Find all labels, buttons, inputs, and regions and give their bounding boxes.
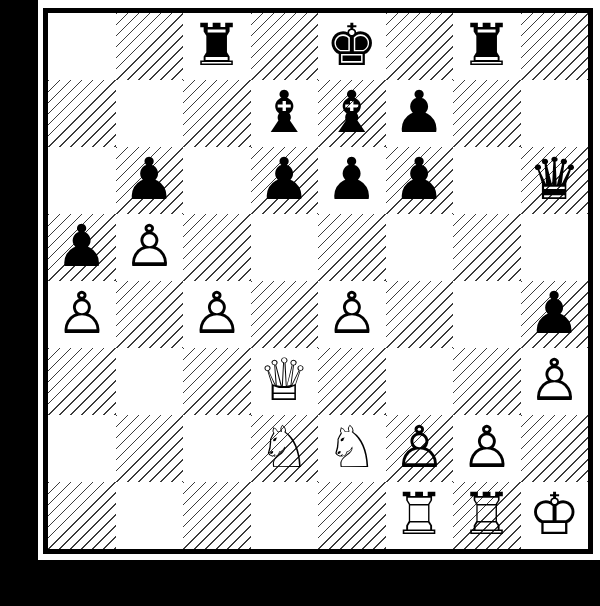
- square-a2[interactable]: [48, 415, 116, 482]
- square-e4[interactable]: ♙: [318, 281, 386, 348]
- white-pawn-b5: ♙: [123, 217, 175, 275]
- square-b1[interactable]: [116, 482, 184, 549]
- square-b4[interactable]: [116, 281, 184, 348]
- black-pawn-b6: ♟: [123, 150, 175, 208]
- square-h3[interactable]: ♙: [521, 348, 589, 415]
- white-pawn-e4: ♙: [326, 284, 378, 342]
- square-c2[interactable]: [183, 415, 251, 482]
- square-g4[interactable]: [453, 281, 521, 348]
- black-bishop-e7: ♝: [326, 83, 378, 141]
- square-b8[interactable]: [116, 13, 184, 80]
- white-knight-e2: ♘: [326, 418, 378, 476]
- black-pawn-f6: ♟: [393, 150, 445, 208]
- square-c1[interactable]: [183, 482, 251, 549]
- square-g1[interactable]: ♖: [453, 482, 521, 549]
- square-e2[interactable]: ♘: [318, 415, 386, 482]
- white-knight-d2: ♘: [258, 418, 310, 476]
- square-c8[interactable]: ♜: [183, 13, 251, 80]
- chess-board: ♜♚♜♝♝♟♟♟♟♟♛♟♙♙♙♙♟♕♙♘♘♙♙♖♖♔: [43, 8, 593, 554]
- square-d3[interactable]: ♕: [251, 348, 319, 415]
- square-b7[interactable]: [116, 80, 184, 147]
- square-f8[interactable]: [386, 13, 454, 80]
- square-d5[interactable]: [251, 214, 319, 281]
- square-d8[interactable]: [251, 13, 319, 80]
- white-pawn-c4: ♙: [191, 284, 243, 342]
- square-b6[interactable]: ♟: [116, 147, 184, 214]
- square-h6[interactable]: ♛: [521, 147, 589, 214]
- square-e7[interactable]: ♝: [318, 80, 386, 147]
- square-d2[interactable]: ♘: [251, 415, 319, 482]
- black-pawn-e6: ♟: [326, 150, 378, 208]
- black-bishop-d7: ♝: [258, 83, 310, 141]
- square-f7[interactable]: ♟: [386, 80, 454, 147]
- black-pawn-h4: ♟: [528, 284, 580, 342]
- square-e3[interactable]: [318, 348, 386, 415]
- square-e1[interactable]: [318, 482, 386, 549]
- square-d1[interactable]: [251, 482, 319, 549]
- square-e6[interactable]: ♟: [318, 147, 386, 214]
- square-c3[interactable]: [183, 348, 251, 415]
- square-f4[interactable]: [386, 281, 454, 348]
- square-c7[interactable]: [183, 80, 251, 147]
- black-king-e8: ♚: [326, 16, 378, 74]
- square-a4[interactable]: ♙: [48, 281, 116, 348]
- square-a7[interactable]: [48, 80, 116, 147]
- black-queen-h6: ♛: [528, 150, 580, 208]
- square-g3[interactable]: [453, 348, 521, 415]
- black-pawn-a5: ♟: [56, 217, 108, 275]
- white-king-h1: ♔: [528, 485, 580, 543]
- square-h5[interactable]: [521, 214, 589, 281]
- square-d6[interactable]: ♟: [251, 147, 319, 214]
- square-b2[interactable]: [116, 415, 184, 482]
- square-b5[interactable]: ♙: [116, 214, 184, 281]
- white-rook-g1: ♖: [461, 485, 513, 543]
- screen: ♜♚♜♝♝♟♟♟♟♟♛♟♙♙♙♙♟♕♙♘♘♙♙♖♖♔: [0, 0, 600, 606]
- square-e5[interactable]: [318, 214, 386, 281]
- square-g7[interactable]: [453, 80, 521, 147]
- square-a1[interactable]: [48, 482, 116, 549]
- square-f2[interactable]: ♙: [386, 415, 454, 482]
- black-pawn-d6: ♟: [258, 150, 310, 208]
- square-g6[interactable]: [453, 147, 521, 214]
- square-e8[interactable]: ♚: [318, 13, 386, 80]
- white-queen-d3: ♕: [258, 351, 310, 409]
- white-pawn-g2: ♙: [461, 418, 513, 476]
- square-h2[interactable]: [521, 415, 589, 482]
- square-h1[interactable]: ♔: [521, 482, 589, 549]
- square-c6[interactable]: [183, 147, 251, 214]
- square-a8[interactable]: [48, 13, 116, 80]
- square-f6[interactable]: ♟: [386, 147, 454, 214]
- square-b3[interactable]: [116, 348, 184, 415]
- square-f1[interactable]: ♖: [386, 482, 454, 549]
- square-h7[interactable]: [521, 80, 589, 147]
- square-d7[interactable]: ♝: [251, 80, 319, 147]
- square-h8[interactable]: [521, 13, 589, 80]
- black-pawn-f7: ♟: [393, 83, 445, 141]
- black-rook-g8: ♜: [461, 16, 513, 74]
- square-g2[interactable]: ♙: [453, 415, 521, 482]
- square-a5[interactable]: ♟: [48, 214, 116, 281]
- square-a3[interactable]: [48, 348, 116, 415]
- square-h4[interactable]: ♟: [521, 281, 589, 348]
- square-a6[interactable]: [48, 147, 116, 214]
- square-g5[interactable]: [453, 214, 521, 281]
- white-pawn-f2: ♙: [393, 418, 445, 476]
- square-g8[interactable]: ♜: [453, 13, 521, 80]
- square-d4[interactable]: [251, 281, 319, 348]
- square-c4[interactable]: ♙: [183, 281, 251, 348]
- white-pawn-h3: ♙: [528, 351, 580, 409]
- square-f3[interactable]: [386, 348, 454, 415]
- white-rook-f1: ♖: [393, 485, 445, 543]
- white-pawn-a4: ♙: [56, 284, 108, 342]
- black-rook-c8: ♜: [191, 16, 243, 74]
- square-f5[interactable]: [386, 214, 454, 281]
- square-c5[interactable]: [183, 214, 251, 281]
